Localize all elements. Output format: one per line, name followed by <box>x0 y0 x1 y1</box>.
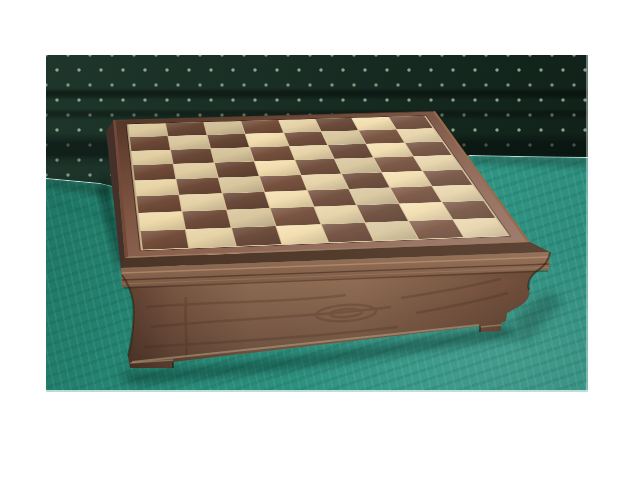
square-c6 <box>211 147 254 162</box>
square-f7 <box>322 131 366 145</box>
square-b4 <box>177 178 222 195</box>
square-d6 <box>250 146 294 161</box>
square-f3 <box>349 188 398 205</box>
square-b5 <box>174 163 217 179</box>
square-h5 <box>413 155 461 170</box>
square-c3 <box>223 192 270 210</box>
square-c8 <box>204 121 245 135</box>
square-a8 <box>128 123 167 137</box>
square-h8 <box>389 116 433 129</box>
square-b3 <box>180 193 226 211</box>
square-f6 <box>328 144 373 159</box>
square-h4 <box>423 170 472 186</box>
square-f5 <box>335 158 381 174</box>
square-a6 <box>131 150 173 165</box>
square-h6 <box>405 142 451 157</box>
square-d4 <box>260 175 306 192</box>
square-a5 <box>133 164 176 180</box>
square-d1 <box>277 224 328 244</box>
square-c1 <box>232 226 282 246</box>
square-d3 <box>265 191 313 209</box>
square-b6 <box>171 149 213 164</box>
square-h7 <box>397 129 442 143</box>
square-d5 <box>255 160 300 176</box>
square-h2 <box>442 201 495 219</box>
square-b1 <box>186 228 235 248</box>
square-f8 <box>316 118 359 131</box>
square-a2 <box>139 212 186 231</box>
square-e4 <box>301 174 348 191</box>
square-e6 <box>289 145 333 160</box>
square-a4 <box>135 179 179 196</box>
square-a7 <box>130 136 170 150</box>
board-grid <box>127 115 510 250</box>
square-a1 <box>141 229 189 249</box>
square-c2 <box>227 209 275 228</box>
square-b2 <box>183 210 230 229</box>
square-b7 <box>169 135 210 149</box>
square-e7 <box>284 132 327 146</box>
scan-page <box>0 0 640 480</box>
square-c7 <box>207 134 249 148</box>
square-d8 <box>241 120 282 133</box>
square-e1 <box>321 223 373 243</box>
square-a3 <box>137 195 182 213</box>
square-e8 <box>279 119 321 132</box>
square-d2 <box>271 207 320 226</box>
square-e2 <box>314 205 364 223</box>
square-h3 <box>432 185 483 202</box>
square-d7 <box>246 133 289 147</box>
square-b8 <box>166 122 206 136</box>
square-c5 <box>215 162 259 178</box>
square-f4 <box>342 172 390 188</box>
square-e3 <box>307 189 356 206</box>
square-c4 <box>218 176 264 193</box>
square-e5 <box>295 159 341 175</box>
photo <box>46 55 588 392</box>
